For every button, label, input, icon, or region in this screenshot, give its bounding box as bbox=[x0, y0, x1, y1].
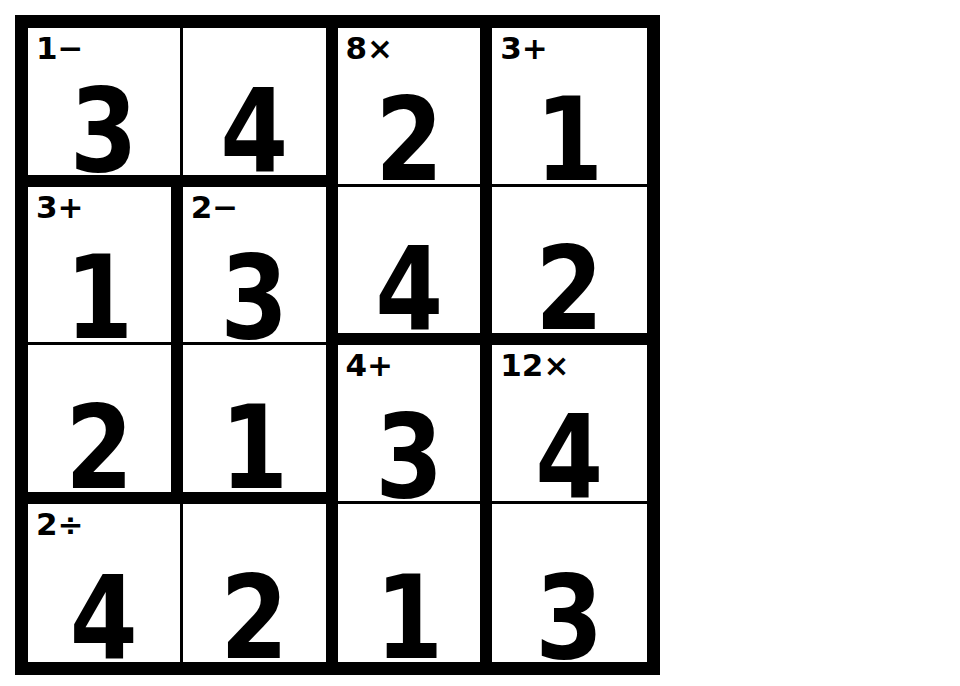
cell-r3c1[interactable]: 2 bbox=[28, 345, 183, 504]
cell-r2c2[interactable]: 2− 3 bbox=[183, 187, 338, 346]
kenken-page: 1− 3 4 8× 2 3+ 1 3+ 1 2− 3 4 2 bbox=[0, 0, 960, 686]
cell-r4c1[interactable]: 2÷ 4 bbox=[28, 504, 183, 663]
cell-value: 2 bbox=[193, 561, 314, 676]
cell-r3c2[interactable]: 1 bbox=[183, 345, 338, 504]
cell-value: 4 bbox=[348, 232, 469, 347]
cell-r2c3[interactable]: 4 bbox=[338, 187, 493, 346]
cell-r1c1[interactable]: 1− 3 bbox=[28, 28, 183, 187]
cell-value: 1 bbox=[504, 83, 636, 198]
cell-value: 1 bbox=[39, 241, 160, 356]
cell-r4c3[interactable]: 1 bbox=[338, 504, 493, 663]
cell-value: 3 bbox=[193, 241, 314, 356]
cell-value: 1 bbox=[193, 391, 314, 506]
cage-label-3-plus: 3+ bbox=[500, 31, 548, 65]
cell-value: 4 bbox=[39, 561, 168, 676]
cell-r1c3[interactable]: 8× 2 bbox=[338, 28, 493, 187]
cell-r3c4[interactable]: 12× 4 bbox=[492, 345, 647, 504]
cell-value: 4 bbox=[193, 74, 314, 189]
cell-value: 1 bbox=[348, 561, 469, 676]
cell-r3c3[interactable]: 4+ 3 bbox=[338, 345, 493, 504]
cell-value: 4 bbox=[504, 400, 636, 515]
cage-label-4-plus: 4+ bbox=[346, 348, 394, 382]
cell-r4c4[interactable]: 3 bbox=[492, 504, 647, 663]
cage-label-8-times: 8× bbox=[346, 31, 394, 65]
cell-value: 3 bbox=[39, 74, 168, 189]
cell-r2c4[interactable]: 2 bbox=[492, 187, 647, 346]
cage-label-2-minus: 2− bbox=[191, 190, 239, 224]
kenken-board: 1− 3 4 8× 2 3+ 1 3+ 1 2− 3 4 2 bbox=[15, 15, 660, 675]
cell-r1c4[interactable]: 3+ 1 bbox=[492, 28, 647, 187]
cage-label-3-plus: 3+ bbox=[36, 190, 84, 224]
cage-label-12-times: 12× bbox=[500, 348, 569, 382]
cell-value: 3 bbox=[504, 561, 636, 676]
cell-value: 2 bbox=[504, 232, 636, 347]
cage-label-1-minus: 1− bbox=[36, 31, 84, 65]
cage-label-2-divide: 2÷ bbox=[36, 507, 84, 541]
cell-value: 3 bbox=[348, 400, 469, 515]
cell-value: 2 bbox=[348, 83, 469, 198]
cell-r1c2[interactable]: 4 bbox=[183, 28, 338, 187]
cell-value: 2 bbox=[39, 391, 160, 506]
cell-r4c2[interactable]: 2 bbox=[183, 504, 338, 663]
cell-r2c1[interactable]: 3+ 1 bbox=[28, 187, 183, 346]
